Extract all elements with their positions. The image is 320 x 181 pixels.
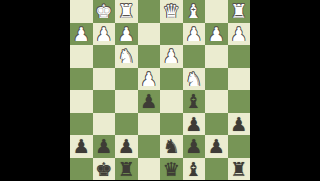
- square-d8[interactable]: ♛: [160, 158, 183, 181]
- square-a1[interactable]: ♜: [228, 0, 251, 23]
- square-g2[interactable]: ♟: [93, 23, 116, 46]
- square-g1[interactable]: ♚: [93, 0, 116, 23]
- white-king: ♚: [95, 0, 112, 22]
- square-d7[interactable]: ♞: [160, 135, 183, 158]
- chess-board: ♚♜♛♝♜♟♟♟♟♟♟♞♟♟♞♟♝♟♟♟♟♟♞♟♟♚♜♛♝♜: [70, 0, 250, 180]
- square-d1[interactable]: ♛: [160, 0, 183, 23]
- square-c2[interactable]: ♟: [183, 23, 206, 46]
- square-a6[interactable]: ♟: [228, 113, 251, 136]
- square-g7[interactable]: ♟: [93, 135, 116, 158]
- square-a7[interactable]: [228, 135, 251, 158]
- square-g3[interactable]: [93, 45, 116, 68]
- black-rook: ♜: [230, 158, 247, 180]
- square-c3[interactable]: [183, 45, 206, 68]
- white-pawn: ♟: [140, 68, 157, 90]
- black-pawn: ♟: [95, 135, 112, 157]
- square-h4[interactable]: [70, 68, 93, 91]
- square-a2[interactable]: ♟: [228, 23, 251, 46]
- square-d6[interactable]: [160, 113, 183, 136]
- black-pawn: ♟: [185, 113, 202, 135]
- white-pawn: ♟: [118, 23, 135, 45]
- black-bishop: ♝: [185, 158, 202, 180]
- white-knight: ♞: [185, 68, 202, 90]
- square-h1[interactable]: [70, 0, 93, 23]
- square-f2[interactable]: ♟: [115, 23, 138, 46]
- letterbox-background: ♚♜♛♝♜♟♟♟♟♟♟♞♟♟♞♟♝♟♟♟♟♟♞♟♟♚♜♛♝♜: [0, 0, 320, 180]
- white-rook: ♜: [230, 0, 247, 22]
- white-pawn: ♟: [208, 23, 225, 45]
- square-h2[interactable]: ♟: [70, 23, 93, 46]
- square-h7[interactable]: ♟: [70, 135, 93, 158]
- square-g8[interactable]: ♚: [93, 158, 116, 181]
- square-f7[interactable]: ♟: [115, 135, 138, 158]
- black-pawn: ♟: [230, 113, 247, 135]
- square-e5[interactable]: ♟: [138, 90, 161, 113]
- black-rook: ♜: [118, 158, 135, 180]
- square-b8[interactable]: [205, 158, 228, 181]
- square-c1[interactable]: ♝: [183, 0, 206, 23]
- black-knight: ♞: [163, 135, 180, 157]
- black-queen: ♛: [163, 158, 180, 180]
- square-h6[interactable]: [70, 113, 93, 136]
- square-c5[interactable]: ♝: [183, 90, 206, 113]
- square-b2[interactable]: ♟: [205, 23, 228, 46]
- square-b3[interactable]: [205, 45, 228, 68]
- square-a5[interactable]: [228, 90, 251, 113]
- white-pawn: ♟: [163, 45, 180, 67]
- white-queen: ♛: [163, 0, 180, 22]
- square-d2[interactable]: [160, 23, 183, 46]
- square-d4[interactable]: [160, 68, 183, 91]
- square-c8[interactable]: ♝: [183, 158, 206, 181]
- square-a4[interactable]: [228, 68, 251, 91]
- square-e3[interactable]: [138, 45, 161, 68]
- white-knight: ♞: [118, 45, 135, 67]
- square-g4[interactable]: [93, 68, 116, 91]
- square-d5[interactable]: [160, 90, 183, 113]
- square-e7[interactable]: [138, 135, 161, 158]
- white-pawn: ♟: [185, 23, 202, 45]
- white-bishop: ♝: [185, 0, 202, 22]
- square-e2[interactable]: [138, 23, 161, 46]
- black-pawn: ♟: [185, 135, 202, 157]
- square-h8[interactable]: [70, 158, 93, 181]
- square-c7[interactable]: ♟: [183, 135, 206, 158]
- square-e6[interactable]: [138, 113, 161, 136]
- black-pawn: ♟: [73, 135, 90, 157]
- square-e4[interactable]: ♟: [138, 68, 161, 91]
- square-d3[interactable]: ♟: [160, 45, 183, 68]
- square-e1[interactable]: [138, 0, 161, 23]
- square-f5[interactable]: [115, 90, 138, 113]
- square-b4[interactable]: [205, 68, 228, 91]
- square-a3[interactable]: [228, 45, 251, 68]
- white-pawn: ♟: [230, 23, 247, 45]
- white-pawn: ♟: [73, 23, 90, 45]
- square-f8[interactable]: ♜: [115, 158, 138, 181]
- square-e8[interactable]: [138, 158, 161, 181]
- square-c6[interactable]: ♟: [183, 113, 206, 136]
- square-g5[interactable]: [93, 90, 116, 113]
- square-b5[interactable]: [205, 90, 228, 113]
- square-f6[interactable]: [115, 113, 138, 136]
- square-b6[interactable]: [205, 113, 228, 136]
- square-h3[interactable]: [70, 45, 93, 68]
- square-c4[interactable]: ♞: [183, 68, 206, 91]
- square-f1[interactable]: ♜: [115, 0, 138, 23]
- square-a8[interactable]: ♜: [228, 158, 251, 181]
- black-king: ♚: [95, 158, 112, 180]
- black-pawn: ♟: [118, 135, 135, 157]
- black-pawn: ♟: [140, 90, 157, 112]
- square-f3[interactable]: ♞: [115, 45, 138, 68]
- black-pawn: ♟: [208, 135, 225, 157]
- white-rook: ♜: [118, 0, 135, 22]
- square-f4[interactable]: [115, 68, 138, 91]
- black-bishop: ♝: [185, 90, 202, 112]
- square-h5[interactable]: [70, 90, 93, 113]
- square-b1[interactable]: [205, 0, 228, 23]
- square-b7[interactable]: ♟: [205, 135, 228, 158]
- white-pawn: ♟: [95, 23, 112, 45]
- square-g6[interactable]: [93, 113, 116, 136]
